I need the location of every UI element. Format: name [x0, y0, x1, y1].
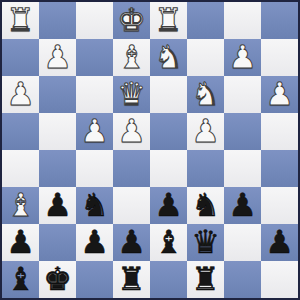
square-g4[interactable]: [39, 113, 76, 150]
square-c2[interactable]: [187, 39, 224, 76]
white-pawn[interactable]: ♟: [80, 113, 109, 150]
black-pawn[interactable]: ♟: [80, 224, 109, 261]
white-knight[interactable]: ♞: [191, 76, 220, 113]
black-pawn[interactable]: ♟: [117, 224, 146, 261]
square-c5[interactable]: [187, 150, 224, 187]
square-h3[interactable]: ♟: [2, 76, 39, 113]
square-a7[interactable]: ♟: [261, 224, 298, 261]
square-h8[interactable]: ♝: [2, 261, 39, 298]
square-a4[interactable]: [261, 113, 298, 150]
square-b3[interactable]: [224, 76, 261, 113]
square-f3[interactable]: [76, 76, 113, 113]
square-f5[interactable]: [76, 150, 113, 187]
square-d1[interactable]: ♜: [150, 2, 187, 39]
square-g8[interactable]: ♚: [39, 261, 76, 298]
square-g3[interactable]: [39, 76, 76, 113]
black-bishop[interactable]: ♝: [6, 261, 35, 298]
black-knight[interactable]: ♞: [80, 187, 109, 224]
black-knight[interactable]: ♞: [191, 187, 220, 224]
square-d8[interactable]: [150, 261, 187, 298]
white-pawn[interactable]: ♟: [117, 113, 146, 150]
white-bishop[interactable]: ♝: [6, 187, 35, 224]
square-d7[interactable]: ♝: [150, 224, 187, 261]
square-e4[interactable]: ♟: [113, 113, 150, 150]
square-b5[interactable]: [224, 150, 261, 187]
square-g2[interactable]: ♟: [39, 39, 76, 76]
white-bishop[interactable]: ♝: [117, 39, 146, 76]
square-e8[interactable]: ♜: [113, 261, 150, 298]
square-g6[interactable]: ♟: [39, 187, 76, 224]
square-a5[interactable]: [261, 150, 298, 187]
square-f6[interactable]: ♞: [76, 187, 113, 224]
square-d4[interactable]: [150, 113, 187, 150]
square-h4[interactable]: [2, 113, 39, 150]
square-h6[interactable]: ♝: [2, 187, 39, 224]
square-b4[interactable]: [224, 113, 261, 150]
square-g7[interactable]: [39, 224, 76, 261]
square-f7[interactable]: ♟: [76, 224, 113, 261]
square-e1[interactable]: ♚: [113, 2, 150, 39]
square-f4[interactable]: ♟: [76, 113, 113, 150]
black-rook[interactable]: ♜: [117, 261, 146, 298]
white-pawn[interactable]: ♟: [6, 76, 35, 113]
black-pawn[interactable]: ♟: [43, 187, 72, 224]
square-g1[interactable]: [39, 2, 76, 39]
square-e2[interactable]: ♝: [113, 39, 150, 76]
chess-board: ♜♚♜♟♝♞♟♟♛♞♟♟♟♟♝♟♞♟♞♟♟♟♟♝♛♟♝♚♜♜: [2, 2, 298, 298]
square-e7[interactable]: ♟: [113, 224, 150, 261]
square-a1[interactable]: [261, 2, 298, 39]
black-queen[interactable]: ♛: [191, 224, 220, 261]
square-b6[interactable]: ♟: [224, 187, 261, 224]
square-a6[interactable]: [261, 187, 298, 224]
square-h1[interactable]: ♜: [2, 2, 39, 39]
square-d2[interactable]: ♞: [150, 39, 187, 76]
white-king[interactable]: ♚: [117, 2, 146, 39]
white-pawn[interactable]: ♟: [43, 39, 72, 76]
square-c7[interactable]: ♛: [187, 224, 224, 261]
square-d5[interactable]: [150, 150, 187, 187]
square-b7[interactable]: [224, 224, 261, 261]
black-pawn[interactable]: ♟: [154, 187, 183, 224]
white-pawn[interactable]: ♟: [191, 113, 220, 150]
white-knight[interactable]: ♞: [154, 39, 183, 76]
square-d6[interactable]: ♟: [150, 187, 187, 224]
black-bishop[interactable]: ♝: [154, 224, 183, 261]
chess-board-frame: ♜♚♜♟♝♞♟♟♛♞♟♟♟♟♝♟♞♟♞♟♟♟♟♝♛♟♝♚♜♜: [0, 0, 300, 300]
square-b8[interactable]: [224, 261, 261, 298]
square-g5[interactable]: [39, 150, 76, 187]
black-king[interactable]: ♚: [43, 261, 72, 298]
square-b2[interactable]: ♟: [224, 39, 261, 76]
white-rook[interactable]: ♜: [6, 2, 35, 39]
black-pawn[interactable]: ♟: [6, 224, 35, 261]
square-c6[interactable]: ♞: [187, 187, 224, 224]
square-e3[interactable]: ♛: [113, 76, 150, 113]
square-e5[interactable]: [113, 150, 150, 187]
square-c4[interactable]: ♟: [187, 113, 224, 150]
square-c8[interactable]: ♜: [187, 261, 224, 298]
square-e6[interactable]: [113, 187, 150, 224]
square-c3[interactable]: ♞: [187, 76, 224, 113]
square-f8[interactable]: [76, 261, 113, 298]
square-a2[interactable]: [261, 39, 298, 76]
black-pawn[interactable]: ♟: [228, 187, 257, 224]
square-h2[interactable]: [2, 39, 39, 76]
white-queen[interactable]: ♛: [117, 76, 146, 113]
square-h7[interactable]: ♟: [2, 224, 39, 261]
black-pawn[interactable]: ♟: [265, 224, 294, 261]
white-pawn[interactable]: ♟: [265, 76, 294, 113]
black-rook[interactable]: ♜: [191, 261, 220, 298]
square-d3[interactable]: [150, 76, 187, 113]
square-a3[interactable]: ♟: [261, 76, 298, 113]
square-f1[interactable]: [76, 2, 113, 39]
white-rook[interactable]: ♜: [154, 2, 183, 39]
square-f2[interactable]: [76, 39, 113, 76]
white-pawn[interactable]: ♟: [228, 39, 257, 76]
square-c1[interactable]: [187, 2, 224, 39]
square-b1[interactable]: [224, 2, 261, 39]
square-a8[interactable]: [261, 261, 298, 298]
square-h5[interactable]: [2, 150, 39, 187]
